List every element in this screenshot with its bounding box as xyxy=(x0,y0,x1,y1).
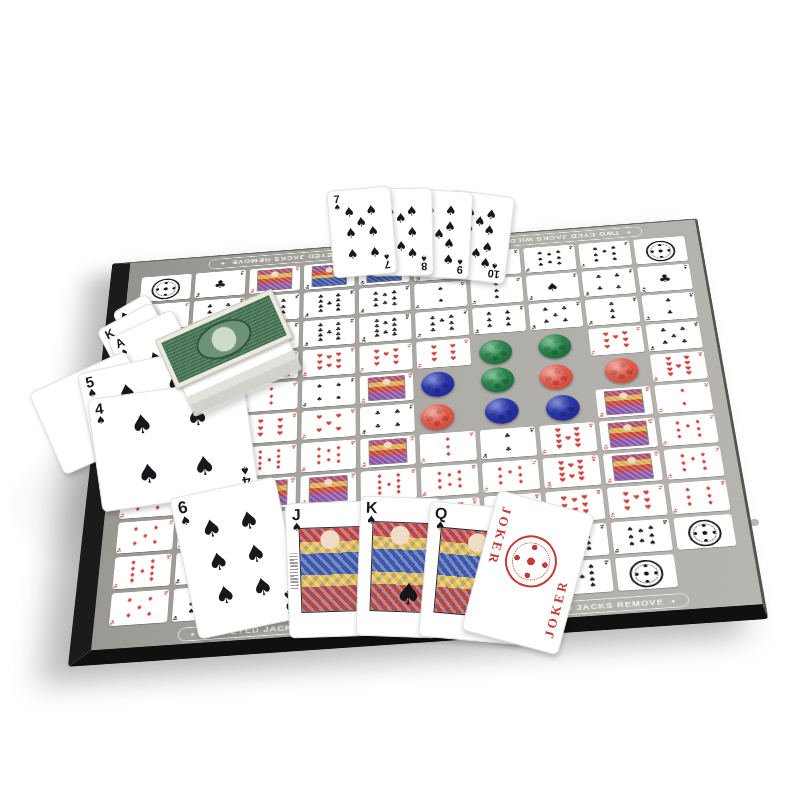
suit-pip: ♠ xyxy=(647,525,655,532)
suit-pip: ♠ xyxy=(316,396,322,402)
cell-index: 7♥ xyxy=(407,343,411,347)
board-cell: 8♦8♦♦♦♦♦♦♦♦♦ xyxy=(301,439,356,472)
cell-index: 7♣ xyxy=(294,294,298,298)
blue-poker-chip[interactable] xyxy=(545,394,581,422)
cell-index: K♥ xyxy=(407,373,412,378)
suit-pip: ♠ xyxy=(335,395,341,401)
cell-index: 8♠ xyxy=(663,520,668,525)
cell-index: 6♣ xyxy=(518,306,523,310)
suit-pip: ♦ xyxy=(497,473,504,479)
board-cell: 5♦5♦♦♦♦♦♦ xyxy=(116,519,175,554)
suit-pip: ♥ xyxy=(623,499,631,505)
card-corner-index: 5♠ xyxy=(84,374,99,400)
suit-pip: ♥ xyxy=(564,435,571,441)
suit-pip: ♣ xyxy=(382,320,388,326)
cell-index: 9♥ xyxy=(542,449,547,453)
cell-index: 5♦ xyxy=(110,620,115,625)
suit-pip: ♠ xyxy=(191,449,218,482)
card-corner-index: 7♠ xyxy=(383,252,392,271)
suit-pip: ♦ xyxy=(268,401,275,407)
suit-pip: ♦ xyxy=(674,420,681,426)
face-card-art xyxy=(257,268,293,292)
suit-pip: ♠ xyxy=(407,245,419,260)
suit-pip: ♠ xyxy=(343,204,356,220)
cell-index: 6♦ xyxy=(673,508,678,512)
suit-pip: ♦ xyxy=(445,444,452,450)
suit-pip: ♥ xyxy=(642,490,650,496)
cell-index: 7♣ xyxy=(418,334,423,338)
red-poker-chip[interactable] xyxy=(604,357,641,384)
suit-pip: ♥ xyxy=(578,476,585,482)
cell-index: 8♥ xyxy=(304,372,308,376)
suit-pip: ♦ xyxy=(445,452,452,458)
cell-index: 6♥ xyxy=(292,413,297,417)
cell-index: 6♠ xyxy=(176,579,181,584)
suit-pip: ♦ xyxy=(686,502,694,509)
cell-index: 9♠ xyxy=(604,560,609,565)
suit-pip: ♦ xyxy=(675,427,683,433)
suit-pip: ♣ xyxy=(375,423,382,429)
cell-index: 9♥ xyxy=(698,352,703,356)
suit-pip: ♥ xyxy=(431,358,438,364)
cell-index: 7♥ xyxy=(635,326,640,330)
cell-index: 8♠ xyxy=(615,548,620,553)
suit-pip: ♣ xyxy=(439,318,445,324)
cell-index: 8♥ xyxy=(350,348,354,352)
cell-index: 10♣ xyxy=(404,313,408,319)
suit-pip: ♦ xyxy=(681,467,689,473)
board-cell: 9♣9♣♣♣♣♣♣♣♣♣♣ xyxy=(304,289,356,318)
cell-index: 8♦ xyxy=(351,441,356,445)
product-photo-scene: ✦ ONE EYED JACKS REMOVE ✦ ✦ TWO EYED JAC… xyxy=(0,0,800,800)
cell-index: 2♠ xyxy=(416,305,420,309)
suit-pip: ♠ xyxy=(479,255,492,271)
cell-index: K♦ xyxy=(599,412,604,417)
suit-pip: ♥ xyxy=(326,363,332,369)
suit-pip: ♠ xyxy=(437,287,443,292)
board-cell: 7♠7♠♠♠♠♠♠♠♠ xyxy=(578,240,632,268)
board-cell: A♠A♠♠ xyxy=(525,272,579,301)
face-card-art xyxy=(603,389,645,416)
cell-index: A♠ xyxy=(529,296,534,300)
cell-index: 8♠ xyxy=(526,268,531,272)
suit-pip: ♠ xyxy=(649,540,657,547)
board-cell: 9♥9♥♥♥♥♥♥♥♥♥♥ xyxy=(539,422,597,455)
suit-pip: ♣ xyxy=(609,308,616,314)
suit-pip: ♣ xyxy=(373,303,379,308)
cell-index: 2♣ xyxy=(645,316,650,320)
cell-index: Q♦ xyxy=(648,419,653,424)
suit-pip: ♠ xyxy=(346,246,359,262)
board-cell: A♣A♣♣ xyxy=(637,264,693,293)
suit-pip: ♣ xyxy=(504,433,511,439)
board-cell: 7♥7♥♥♥♥♥♥♥♥ xyxy=(606,484,667,519)
blue-poker-chip[interactable] xyxy=(484,397,519,425)
board-cell: 8♥8♥♥♥♥♥♥♥♥♥ xyxy=(303,347,356,378)
suit-pip: ♠ xyxy=(589,582,597,589)
suit-pip: ♣ xyxy=(505,322,512,328)
cell-index: 9♦ xyxy=(291,445,296,449)
suit-pip: ♦ xyxy=(704,485,712,491)
suit-pip: ♦ xyxy=(507,469,514,475)
suit-pip: ♥ xyxy=(450,356,457,362)
cell-index: K♥ xyxy=(363,462,368,467)
cell-index: 8♠ xyxy=(569,246,574,250)
board-cell: 2♣2♣♣♣ xyxy=(641,292,698,322)
suit-pip: ♠ xyxy=(493,288,500,293)
green-poker-chip[interactable] xyxy=(538,333,573,360)
suit-pip: ♠ xyxy=(395,211,407,226)
suit-pip: ♠ xyxy=(335,383,341,389)
suit-pip: ♦ xyxy=(684,487,692,493)
cell-index: 9♦ xyxy=(166,555,171,559)
red-poker-chip[interactable] xyxy=(539,363,575,390)
cell-index: Q♦ xyxy=(603,445,608,450)
suit-pip: ♣ xyxy=(382,301,388,306)
barcode-sticker xyxy=(289,553,298,589)
suit-pip: ♠ xyxy=(198,513,225,545)
cell-index: 6♥ xyxy=(419,363,424,367)
card-corner-index: 6♠ xyxy=(176,499,192,528)
card-corner-index: 4♠ xyxy=(93,401,106,427)
suit-pip: ♣ xyxy=(391,302,397,307)
suit-pip: ♦ xyxy=(676,434,684,440)
cell-index: 8♣ xyxy=(294,323,298,327)
suit-pip: ♥ xyxy=(581,502,588,508)
suit-pip: ♣ xyxy=(326,330,332,336)
suit-pip: ♥ xyxy=(277,431,284,437)
suit-pip: ♠ xyxy=(249,571,276,603)
suit-pip: ♠ xyxy=(627,534,635,541)
cell-index: 6♥ xyxy=(464,339,469,343)
suit-pip: ♠ xyxy=(612,257,619,262)
cell-index: 4♣ xyxy=(627,269,632,273)
poker-chip-emblem-icon xyxy=(645,240,677,263)
suit-pip: ♣ xyxy=(335,336,341,342)
cell-index: 9♣ xyxy=(304,342,308,346)
suit-pip: ♣ xyxy=(394,409,401,415)
board-cell: 7♦7♦♦♦♦♦♦♦♦ xyxy=(663,446,724,480)
board-cell: 10♣10♣♣♣♣♣♣♣♣♣♣♣ xyxy=(359,313,412,343)
banner-end-mark: ● xyxy=(670,597,676,603)
board-cell: A♣A♣♣ xyxy=(194,270,246,299)
cell-index: 5♣ xyxy=(693,322,698,326)
suit-pip: ♣ xyxy=(383,330,389,336)
cell-index: K♠ xyxy=(306,285,310,289)
cell-index: K♥ xyxy=(251,289,255,293)
suit-pip: ♦ xyxy=(696,433,704,439)
suit-pip: ♦ xyxy=(446,482,453,488)
cell-index: 9♣ xyxy=(350,318,354,322)
suit-pip: ♦ xyxy=(707,500,715,507)
suit-pip: ♣ xyxy=(486,324,493,330)
suit-pip: ♥ xyxy=(624,506,632,513)
poker-chip-emblem-icon xyxy=(628,559,665,589)
face-card-art xyxy=(299,526,364,613)
cell-index: 2♦ xyxy=(658,408,663,412)
suit-pip: ♣ xyxy=(595,275,602,280)
suit-pip: ♦ xyxy=(436,471,443,477)
cell-index: 9♥ xyxy=(588,423,593,427)
suit-pip: ♣ xyxy=(597,286,604,291)
suit-pip: ♠ xyxy=(601,249,608,254)
suit-pip: ♦ xyxy=(325,448,332,454)
board-cell: 9♥9♥♥♥♥♥♥♥♥♥♥ xyxy=(650,351,709,382)
suit-pip: ♦ xyxy=(142,533,149,540)
board-cell: K♥K♥ xyxy=(249,265,300,294)
cell-index: A♣ xyxy=(196,293,200,298)
suit-pip: ♣ xyxy=(391,332,397,338)
suit-pip: ♦ xyxy=(145,611,152,618)
face-card-art xyxy=(611,453,654,481)
suit-pip: ♠ xyxy=(128,408,155,441)
board-cell: 4♠4♠♠♠♠♠ xyxy=(302,377,356,408)
suit-pip: ♠ xyxy=(365,202,378,218)
suit-pip: ♣ xyxy=(562,317,569,323)
suit-pip: ♥ xyxy=(257,432,264,438)
cell-index: 3♣ xyxy=(631,297,636,301)
cell-index: 2♦ xyxy=(703,383,708,387)
board-cell: 7♥7♥♥♥♥♥♥♥♥ xyxy=(588,325,645,356)
7-of-spades-card[interactable]: 7♠7♠♠♠♠♠♠♠♠ xyxy=(326,185,397,278)
cell-index: 9♦ xyxy=(114,583,119,588)
cell-index: 9♣ xyxy=(305,313,309,317)
suit-pip: ♦ xyxy=(684,423,692,429)
suit-pip: ♣ xyxy=(662,340,669,346)
cell-index: 9♣ xyxy=(349,290,353,294)
suit-pip: ♦ xyxy=(266,457,273,463)
suit-pip: ♦ xyxy=(335,459,342,465)
cell-index: 7♦ xyxy=(709,415,714,419)
cell-index: 3♦ xyxy=(469,432,474,436)
suit-pip: ♦ xyxy=(518,479,525,485)
cell-index: A♣ xyxy=(240,270,244,274)
suit-pip: ♣ xyxy=(542,308,549,314)
board-cell: 5♣5♣♣♣♣♣♣ xyxy=(528,300,583,330)
board-cell: 2♠2♠♠♠ xyxy=(414,281,467,310)
cell-index: 7♦ xyxy=(714,447,719,451)
board-cell: 5♣5♣♣♣♣♣♣ xyxy=(645,321,703,352)
green-poker-chip[interactable] xyxy=(480,366,515,393)
cell-index: 7♥ xyxy=(361,368,365,372)
suit-pip: ♠ xyxy=(445,203,457,219)
suit-pip: ♦ xyxy=(517,472,524,478)
suit-pip: ♦ xyxy=(681,401,688,407)
board-cell: 7♣7♣♣♣♣♣♣♣♣ xyxy=(416,309,469,339)
cell-index: 3♦ xyxy=(293,382,297,386)
cell-index: A♣ xyxy=(642,287,647,292)
suit-pip: ♠ xyxy=(626,526,634,533)
suit-pip: ♦ xyxy=(316,453,323,459)
cell-index: 5♣ xyxy=(650,346,655,350)
suit-pip: ♣ xyxy=(552,312,559,318)
suit-pip: ♦ xyxy=(126,598,133,605)
suit-pip: ♣ xyxy=(449,327,456,333)
suit-pip: ♥ xyxy=(685,371,692,377)
cell-index: 2♠ xyxy=(460,282,464,286)
suit-pip: ♣ xyxy=(374,333,380,339)
cell-index: A♠ xyxy=(571,273,576,277)
suit-pip: ♦ xyxy=(679,453,687,459)
cell-index: 9♥ xyxy=(654,377,659,381)
suit-pip: ♦ xyxy=(275,465,282,471)
suit-pip: ♠ xyxy=(556,261,563,266)
suit-pip: ♦ xyxy=(268,394,275,400)
board-cell: 8♠8♠♠♠♠♠♠♠♠♠ xyxy=(523,244,577,272)
suit-pip: ♣ xyxy=(608,301,615,306)
board-cell: 3♣3♣♣♣♣ xyxy=(584,296,640,326)
suit-pip: ♣ xyxy=(317,338,323,344)
card-corner-index: 7♠ xyxy=(333,194,342,213)
suit-pip: ♠ xyxy=(438,298,444,303)
suit-pip: ♣ xyxy=(561,306,568,312)
suit-pip: ♠ xyxy=(547,260,554,265)
cell-index: 9♥ xyxy=(534,494,539,499)
cell-index: 5♣ xyxy=(531,325,536,329)
suit-pip: ♣ xyxy=(610,315,617,321)
board-cell: 5♦5♦♦♦♦♦♦ xyxy=(109,589,170,626)
blue-poker-chip[interactable] xyxy=(421,371,455,398)
board-cell: 4♣4♣♣♣♣♣ xyxy=(360,403,415,435)
joker-medallion-icon xyxy=(499,530,563,594)
suit-pip: ♣ xyxy=(615,284,622,289)
suit-pip: ♠ xyxy=(546,252,553,257)
cell-index: 4♣ xyxy=(408,404,413,408)
suit-pip: ♥ xyxy=(335,365,341,371)
cell-index: 7♣ xyxy=(462,310,467,314)
suit-pip: ♥ xyxy=(374,362,380,368)
suit-pip: ♣ xyxy=(382,293,388,298)
suit-pip: ♠ xyxy=(242,538,269,570)
suit-pip: ♠ xyxy=(637,528,645,535)
suit-pip: ♦ xyxy=(679,388,686,394)
suit-pip: ♦ xyxy=(446,472,453,478)
suit-pip: ♦ xyxy=(457,484,464,490)
cell-index: A♦ xyxy=(184,302,188,306)
cell-index: 7♠ xyxy=(624,241,629,245)
suit-pip: ♣ xyxy=(214,278,227,289)
cell-index: 8♦ xyxy=(423,492,428,496)
cell-index: 5♥ xyxy=(303,434,308,438)
cell-index: Q♠ xyxy=(361,280,365,284)
suit-pip: ♥ xyxy=(316,415,322,421)
suit-pip: ♠ xyxy=(545,281,559,292)
suit-pip: ♣ xyxy=(374,411,381,417)
cell-index: 8♣ xyxy=(361,309,365,313)
suit-pip: ♦ xyxy=(315,460,322,466)
suit-pip: ♦ xyxy=(444,437,451,443)
board-cell: 8♠8♠♠♠♠♠♠♠♠♠ xyxy=(611,518,673,554)
cell-index: 10♥ xyxy=(547,482,552,489)
cell-index: 8♦ xyxy=(471,465,476,469)
suit-pip: ♠ xyxy=(235,505,262,537)
suit-pip: ♠ xyxy=(483,222,496,238)
suit-pip: ♥ xyxy=(675,364,682,370)
suit-pip: ♣ xyxy=(614,273,621,278)
suit-pip: ♦ xyxy=(131,540,138,547)
suit-pip: ♥ xyxy=(335,426,341,432)
cell-index: 10♣ xyxy=(362,337,366,343)
cell-index: 5♦ xyxy=(163,591,168,596)
suit-pip: ♣ xyxy=(665,298,672,303)
suit-pip: ♥ xyxy=(326,355,332,361)
cell-index: 7♠ xyxy=(581,264,586,268)
board-cell: 8♦8♦♦♦♦♦♦♦♦♦ xyxy=(421,463,479,497)
red-poker-chip[interactable] xyxy=(420,403,455,431)
board-cell: 9♦9♦♦♦♦♦♦♦♦♦♦ xyxy=(112,554,172,590)
board-corner-free-space xyxy=(673,514,736,550)
suit-pip: ♦ xyxy=(125,612,132,619)
cell-index: 8♥ xyxy=(596,490,601,495)
cell-index: 4♠ xyxy=(350,378,354,382)
suit-pip: ♠ xyxy=(212,579,239,611)
suit-pip: ♦ xyxy=(436,485,443,491)
cell-index: 5♥ xyxy=(350,409,355,413)
cell-index: A♣ xyxy=(683,264,688,269)
suit-pip: ♠ xyxy=(442,252,454,268)
suit-pip: ♦ xyxy=(154,505,161,511)
board-cell: K♦K♦ xyxy=(595,386,654,418)
banner-end-mark: ✦ xyxy=(625,229,631,234)
cell-index: 4♠ xyxy=(303,403,308,407)
suit-pip: ♠ xyxy=(481,239,494,255)
cell-index: 3♣ xyxy=(588,321,593,325)
suit-pip: ♠ xyxy=(367,223,380,239)
board-cell: 4♣4♣♣♣♣♣ xyxy=(581,268,636,297)
cell-index: 3♦ xyxy=(422,458,427,462)
suit-pip: ♦ xyxy=(497,481,504,487)
suit-pip: ♣ xyxy=(430,328,436,334)
cell-index: 10♥ xyxy=(472,497,477,504)
suit-pip: ♠ xyxy=(586,546,594,553)
suit-pip: ♥ xyxy=(326,421,332,427)
face-card-art: ♠ xyxy=(369,521,428,613)
board-cell: 6♥6♥♥♥♥♥♥♥ xyxy=(417,338,471,369)
suit-pip: ♦ xyxy=(151,539,158,546)
suit-pip: ♠ xyxy=(135,457,162,490)
cell-index: K♦ xyxy=(644,387,649,392)
suit-pip: ♦ xyxy=(695,426,703,432)
suit-pip: ♦ xyxy=(689,456,697,462)
suit-pip: ♦ xyxy=(706,493,714,499)
suit-pip: ♦ xyxy=(680,460,688,466)
board-cell: 7♦7♦♦♦♦♦♦♦♦ xyxy=(481,459,539,493)
suit-pip: ♥ xyxy=(383,352,389,358)
board-cell: 2♣2♣♣♣ xyxy=(479,426,537,459)
card-corner-index: 8♠ xyxy=(420,254,427,272)
suit-pip: ♥ xyxy=(667,372,674,378)
suit-pip: ♠ xyxy=(593,258,600,263)
suit-pip: ♦ xyxy=(325,457,332,463)
cell-index: 8♦ xyxy=(302,467,307,471)
suit-pip: ♦ xyxy=(694,419,702,425)
cell-index: 5♣ xyxy=(575,301,580,305)
cell-index: 2♣ xyxy=(528,427,533,432)
face-card-art xyxy=(368,375,406,401)
suit-pip: ♣ xyxy=(660,328,667,334)
suit-pip: ♦ xyxy=(256,466,263,472)
cell-index: K♦ xyxy=(607,478,612,483)
green-poker-chip[interactable] xyxy=(479,339,513,366)
suit-pip: ♣ xyxy=(335,307,341,312)
suit-pip: ♦ xyxy=(516,465,523,471)
suit-pip: ♠ xyxy=(538,263,545,268)
poker-chip-emblem-icon xyxy=(151,278,181,301)
suit-pip: ♥ xyxy=(568,474,575,480)
board-cell: 7♦7♦♦♦♦♦♦♦♦ xyxy=(659,413,719,446)
suit-pip: ♥ xyxy=(622,491,630,497)
card-corner-index: 9♠ xyxy=(456,257,464,275)
